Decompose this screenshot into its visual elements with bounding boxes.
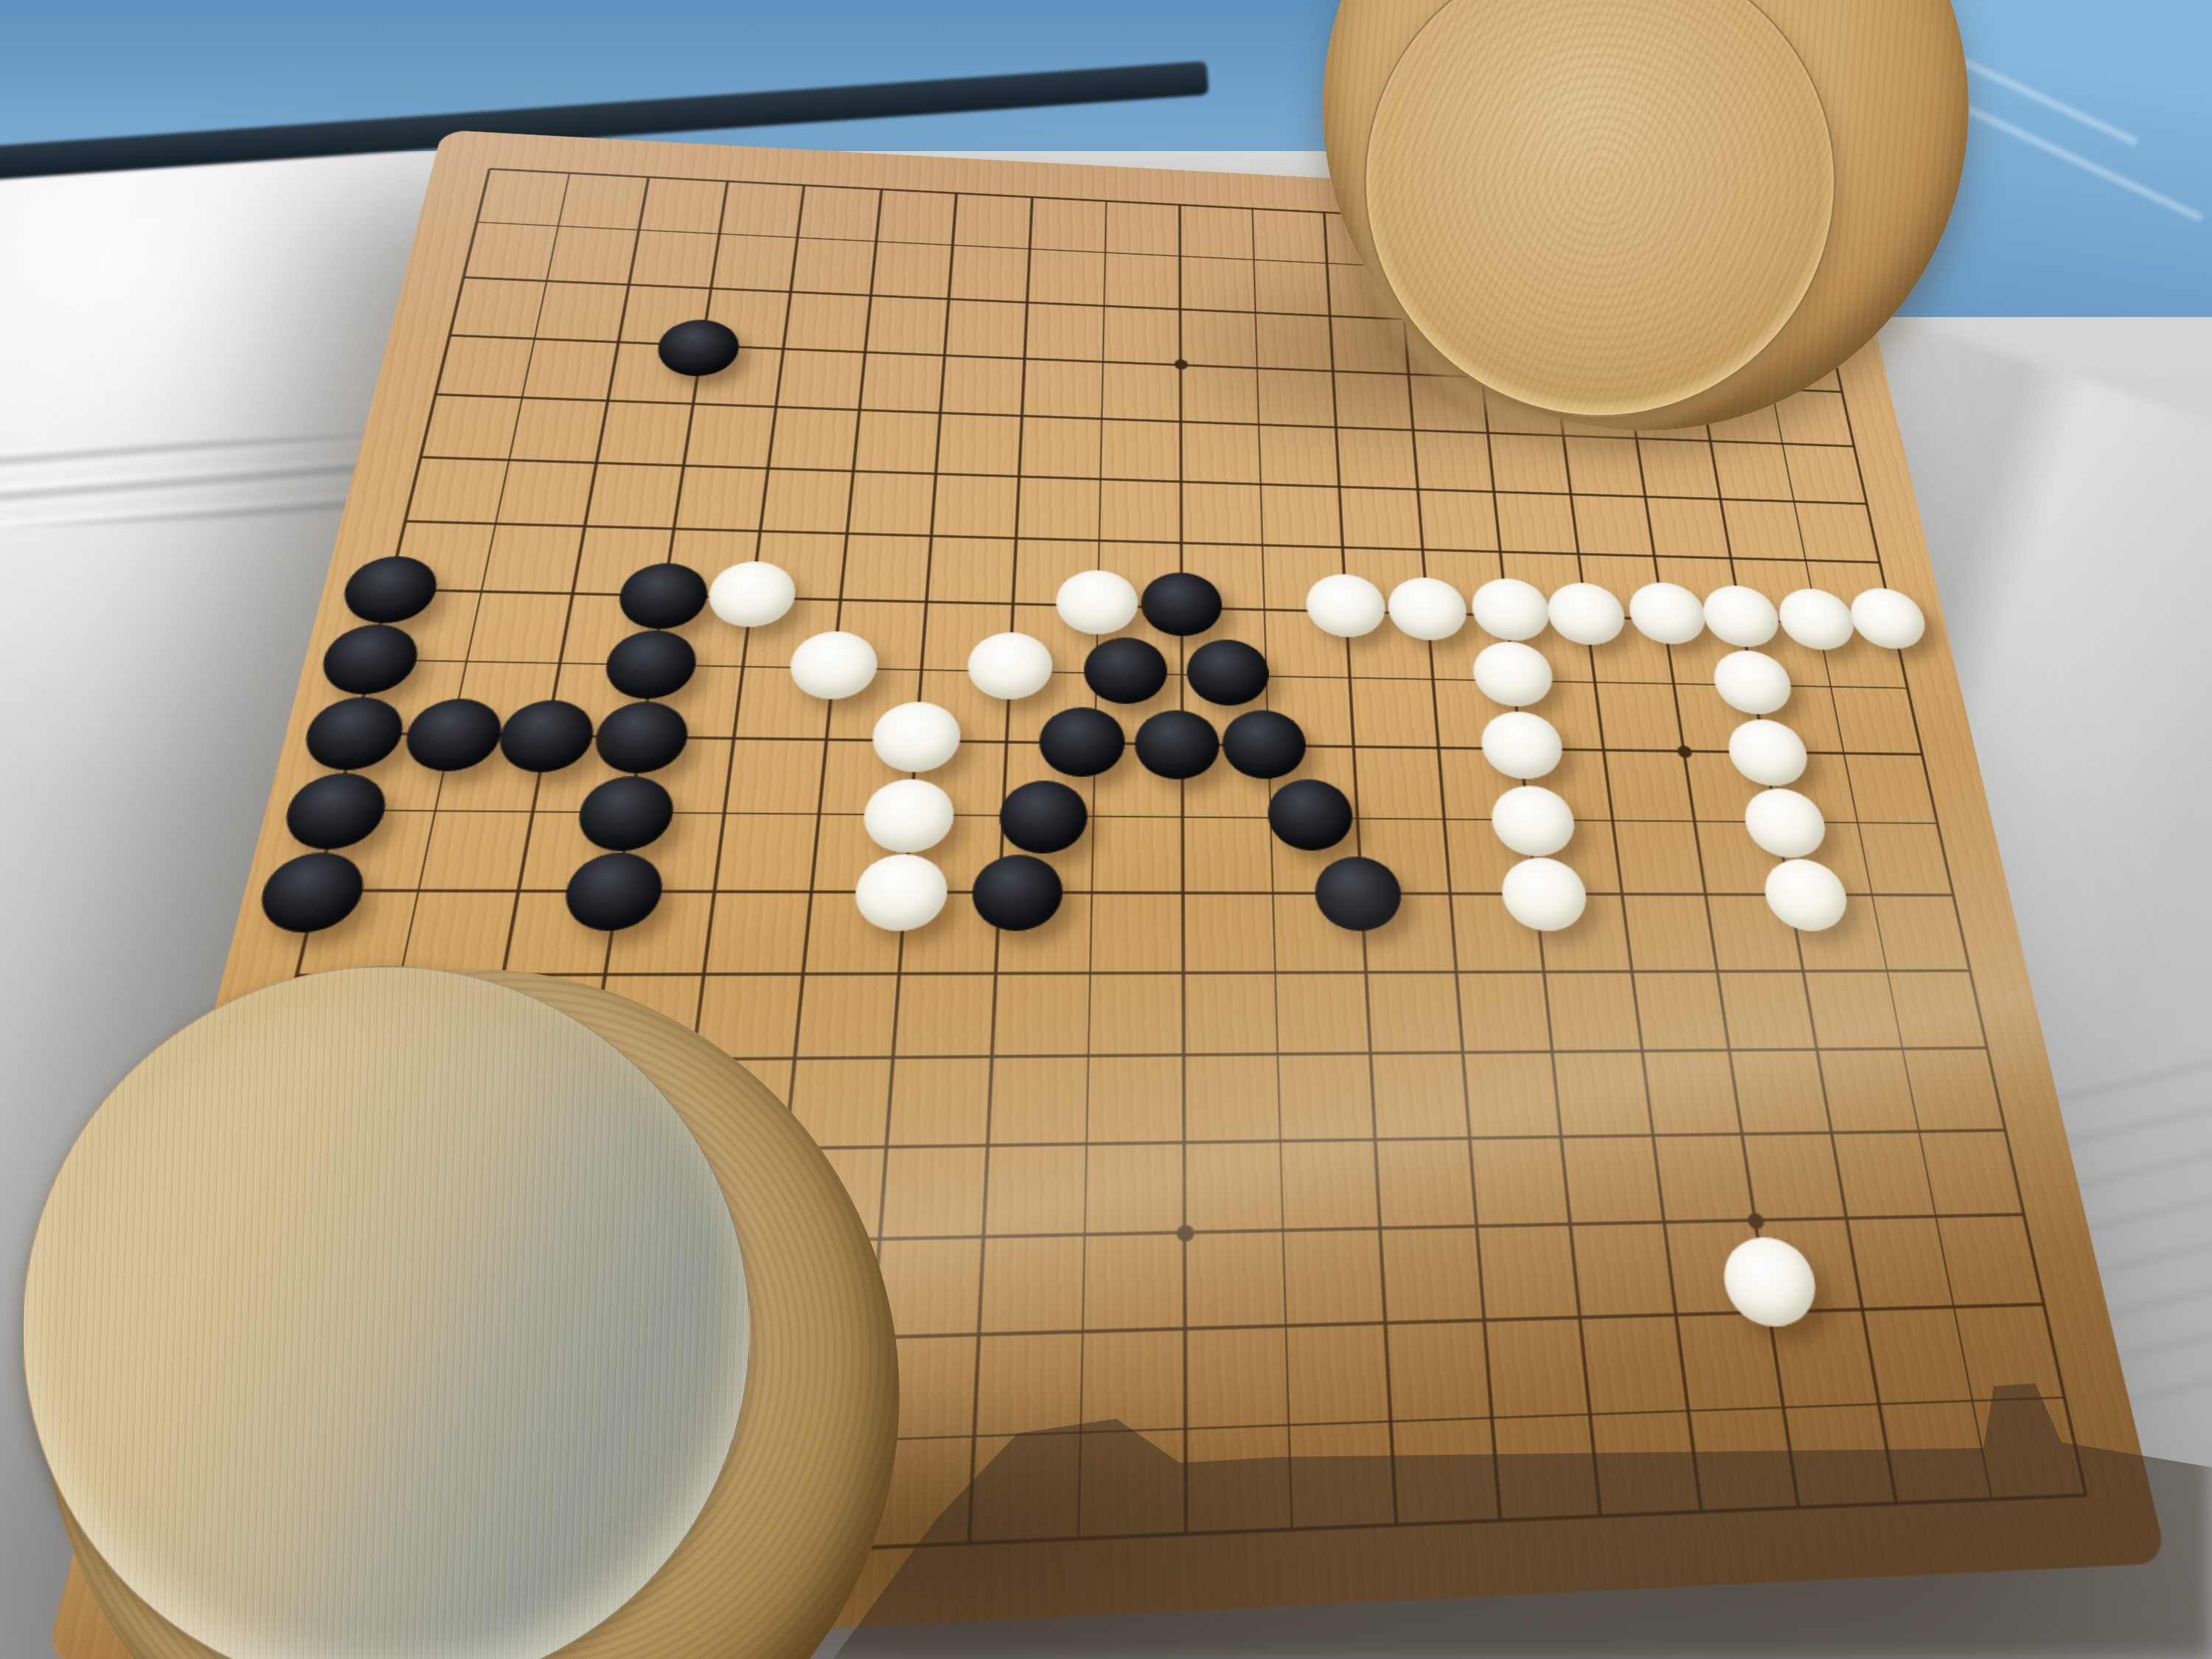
white-stone[interactable] xyxy=(1846,587,1932,649)
white-stone[interactable] xyxy=(1775,588,1860,651)
white-stone[interactable] xyxy=(1760,859,1853,931)
black-stone[interactable] xyxy=(613,562,711,630)
bowl-lid[interactable] xyxy=(22,966,751,1659)
white-stone[interactable] xyxy=(1385,577,1468,641)
white-stone[interactable] xyxy=(705,561,799,628)
grid-line xyxy=(1077,201,1107,1539)
white-stone[interactable] xyxy=(1698,585,1783,647)
black-stone[interactable] xyxy=(971,855,1064,931)
white-stone[interactable] xyxy=(1479,712,1566,780)
black-stone[interactable] xyxy=(1267,779,1354,851)
black-stone[interactable] xyxy=(1037,706,1124,777)
white-stone[interactable] xyxy=(1544,582,1628,646)
white-stone[interactable] xyxy=(966,632,1054,700)
grid-line xyxy=(316,889,1953,897)
white-stone[interactable] xyxy=(1709,650,1796,714)
grid-line xyxy=(420,456,1867,504)
black-stone[interactable] xyxy=(600,630,700,700)
white-stone[interactable] xyxy=(1625,581,1710,644)
black-stone[interactable] xyxy=(298,697,410,771)
white-stone[interactable] xyxy=(1469,577,1552,641)
white-stone[interactable] xyxy=(1056,570,1139,636)
white-stone[interactable] xyxy=(1471,641,1556,708)
white-stone[interactable] xyxy=(1500,858,1591,931)
star-point xyxy=(1747,1213,1765,1229)
black-stone[interactable] xyxy=(1135,709,1220,779)
star-point xyxy=(1176,1225,1194,1242)
black-stone[interactable] xyxy=(574,775,678,851)
scene xyxy=(0,0,2212,1659)
black-stone[interactable] xyxy=(1141,572,1222,638)
black-stone[interactable] xyxy=(590,701,692,774)
black-stone[interactable] xyxy=(1187,639,1270,706)
black-stone[interactable] xyxy=(315,624,424,695)
black-stone[interactable] xyxy=(559,852,667,931)
grid-line xyxy=(405,521,1880,564)
white-stone[interactable] xyxy=(1725,719,1814,786)
black-stone[interactable] xyxy=(493,700,599,773)
black-stone[interactable] xyxy=(278,772,393,849)
black-stone[interactable] xyxy=(1313,857,1403,931)
black-stone[interactable] xyxy=(254,852,372,933)
white-stone[interactable] xyxy=(870,702,962,773)
grid-line xyxy=(336,809,1938,824)
black-stone[interactable] xyxy=(398,698,507,772)
black-stone[interactable] xyxy=(998,779,1088,853)
black-stone[interactable] xyxy=(1084,636,1168,704)
white-stone[interactable] xyxy=(1718,1237,1821,1329)
white-stone[interactable] xyxy=(861,778,956,852)
star-point xyxy=(1677,745,1693,758)
white-stone[interactable] xyxy=(1740,787,1831,858)
white-stone[interactable] xyxy=(786,630,880,700)
black-stone[interactable] xyxy=(654,319,743,378)
white-stone[interactable] xyxy=(853,854,950,931)
black-stone[interactable] xyxy=(337,555,443,625)
white-stone[interactable] xyxy=(1305,573,1388,638)
white-stone[interactable] xyxy=(1489,785,1578,855)
black-stone[interactable] xyxy=(1222,709,1307,779)
